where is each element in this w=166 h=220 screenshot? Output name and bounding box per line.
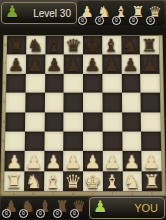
piece-black-pawn: ♟ [8,55,25,74]
square-f3[interactable] [102,131,122,151]
piece-black-pawn: ♟ [103,55,120,74]
square-h6[interactable] [140,74,160,93]
square-e6[interactable] [83,74,102,93]
square-a3[interactable] [5,131,25,151]
square-d3[interactable] [63,131,83,151]
piece-white-pawn: ♟ [123,151,140,170]
piece-white-bishop: ♝ [104,171,121,191]
piece-black-knight: ♞ [122,36,139,54]
square-b3[interactable] [24,131,44,151]
piece-black-pawn: ♟ [141,55,158,74]
player-badge: ♟ YOU [89,197,165,219]
square-d1[interactable]: ♛ [63,171,83,191]
piece-white-pawn: ♟ [45,151,62,170]
captured-black-pawn: ♟0 [3,197,19,219]
square-a2[interactable]: ♟ [5,151,25,171]
square-d6[interactable] [64,74,83,93]
square-e2[interactable]: ♟ [83,151,103,171]
piece-black-bishop: ♝ [46,36,63,54]
piece-black-king: ♚ [84,36,100,54]
square-g8[interactable]: ♞ [121,36,140,55]
square-e8[interactable]: ♚ [83,36,102,55]
square-a4[interactable] [5,112,25,131]
captured-black-rook: ♜0 [54,197,70,219]
piece-white-bishop: ♝ [45,171,62,191]
square-c8[interactable]: ♝ [45,36,64,55]
square-d7[interactable]: ♟ [64,55,83,74]
captured-white-tray: ♟0♞0♝0♜0♛0 [77,1,165,26]
square-c1[interactable]: ♝ [44,171,64,191]
square-e1[interactable]: ♚ [83,171,103,191]
piece-black-queen: ♛ [65,36,81,54]
square-c5[interactable] [44,93,63,112]
square-d5[interactable] [64,93,83,112]
captured-white-bishop: ♝0 [113,1,129,26]
square-b6[interactable] [25,74,44,93]
square-e4[interactable] [83,112,102,131]
level-badge: ♟ Level 30 [1,2,77,24]
square-g2[interactable]: ♟ [122,151,142,171]
square-g7[interactable]: ♟ [121,55,140,74]
square-c4[interactable] [44,112,64,131]
square-b7[interactable]: ♟ [26,55,45,74]
square-a5[interactable] [6,93,26,112]
rank-label-7: 7 [3,61,7,66]
captured-black-tray: ♟0♞0♝0♜0♛0 [1,197,89,219]
captured-white-queen: ♛0 [147,1,163,26]
square-g6[interactable] [121,74,140,93]
chess-app: ♟ Level 30 ♟0♞0♝0♜0♛0 ♜♞♝♛♚♝♞♜♟♟♟♟♟♟♟♟♟♟… [0,0,166,220]
board-grid: ♜♞♝♛♚♝♞♜♟♟♟♟♟♟♟♟♟♟♟♟♟♟♟♟♜♞♝♛♚♝♞♜ [4,36,162,191]
square-f7[interactable]: ♟ [102,55,121,74]
piece-black-pawn: ♟ [65,55,82,74]
player-bar: ♟0♞0♝0♜0♛0 ♟ YOU [0,196,166,220]
piece-black-pawn: ♟ [27,55,44,74]
square-f2[interactable]: ♟ [103,151,123,171]
square-g1[interactable]: ♞ [122,171,142,191]
square-c7[interactable]: ♟ [45,55,64,74]
piece-white-rook: ♜ [5,171,22,191]
piece-black-pawn: ♟ [84,55,101,74]
rank-label-2: 2 [1,158,5,163]
captured-white-rook: ♜0 [130,1,146,26]
square-h3[interactable] [141,131,161,151]
square-b5[interactable] [25,93,45,112]
rank-label-3: 3 [1,138,5,143]
piece-white-knight: ♞ [124,171,141,191]
piece-white-king: ♚ [84,171,101,191]
captured-black-knight-count: 0 [19,209,28,218]
square-e3[interactable] [83,131,103,151]
captured-white-bishop-count: 0 [112,16,121,25]
square-d8[interactable]: ♛ [64,36,83,55]
piece-black-rook: ♜ [141,36,158,54]
square-a8[interactable]: ♜ [7,36,26,55]
square-h8[interactable]: ♜ [140,36,159,55]
board-area: ♜♞♝♛♚♝♞♜♟♟♟♟♟♟♟♟♟♟♟♟♟♟♟♟♜♞♝♛♚♝♞♜ 8765432… [0,27,166,196]
square-c2[interactable]: ♟ [44,151,64,171]
piece-white-queen: ♛ [65,171,82,191]
rank-label-1: 1 [0,178,4,183]
square-h5[interactable] [141,93,161,112]
square-f6[interactable] [102,74,121,93]
square-d2[interactable]: ♟ [63,151,83,171]
piece-white-pawn: ♟ [104,151,121,170]
square-f8[interactable]: ♝ [102,36,121,55]
square-e5[interactable] [83,93,102,112]
square-g4[interactable] [122,112,142,131]
square-a7[interactable]: ♟ [6,55,25,74]
square-h2[interactable]: ♟ [142,151,162,171]
square-b4[interactable] [25,112,45,131]
piece-white-pawn: ♟ [84,151,101,170]
rank-label-6: 6 [2,80,6,85]
piece-black-knight: ♞ [27,36,44,54]
captured-white-pawn-count: 0 [78,16,87,25]
square-f5[interactable] [102,93,121,112]
piece-white-pawn: ♟ [25,151,42,170]
captured-black-queen-count: 0 [70,209,79,218]
level-label: Level 30 [19,8,76,19]
captured-black-rook-count: 0 [53,209,62,218]
chess-board: ♜♞♝♛♚♝♞♜♟♟♟♟♟♟♟♟♟♟♟♟♟♟♟♟♜♞♝♛♚♝♞♜ 8765432… [0,35,166,196]
piece-black-rook: ♜ [8,36,25,54]
captured-black-bishop-count: 0 [36,209,45,218]
captured-black-queen: ♛0 [71,197,87,219]
player-label: YOU [107,202,164,214]
square-h1[interactable]: ♜ [142,171,162,191]
square-f4[interactable] [102,112,122,131]
square-b8[interactable]: ♞ [26,36,45,55]
piece-black-pawn: ♟ [122,55,139,74]
square-b1[interactable]: ♞ [24,171,44,191]
piece-white-pawn: ♟ [6,151,23,170]
square-g5[interactable] [121,93,141,112]
square-a6[interactable] [6,74,26,93]
square-h4[interactable] [141,112,161,131]
rank-label-4: 4 [2,119,6,124]
captured-black-pawn-count: 0 [2,209,11,218]
square-f1[interactable]: ♝ [103,171,123,191]
square-e7[interactable]: ♟ [83,55,102,74]
piece-black-bishop: ♝ [103,36,120,54]
captured-white-pawn: ♟0 [79,1,95,26]
captured-white-rook-count: 0 [129,16,138,25]
piece-white-pawn: ♟ [143,151,160,170]
square-a1[interactable]: ♜ [4,171,24,191]
piece-white-pawn: ♟ [65,151,82,170]
captured-white-queen-count: 0 [146,16,155,25]
captured-white-knight: ♞0 [96,1,112,26]
piece-black-pawn: ♟ [46,55,63,74]
rank-label-5: 5 [2,99,6,104]
square-b2[interactable]: ♟ [24,151,44,171]
player-pawn-icon: ♟ [93,199,107,215]
square-c3[interactable] [44,131,64,151]
captured-black-knight: ♞0 [20,197,36,219]
square-c6[interactable] [45,74,64,93]
captured-white-knight-count: 0 [95,16,104,25]
rank-label-8: 8 [3,42,7,47]
opponent-pawn-icon: ♟ [5,4,19,20]
square-d4[interactable] [64,112,83,131]
square-g3[interactable] [122,131,142,151]
opponent-bar: ♟ Level 30 ♟0♞0♝0♜0♛0 [0,0,166,27]
square-h7[interactable]: ♟ [140,55,159,74]
captured-black-bishop: ♝0 [37,197,53,219]
piece-white-knight: ♞ [25,171,42,191]
piece-white-rook: ♜ [143,171,160,191]
